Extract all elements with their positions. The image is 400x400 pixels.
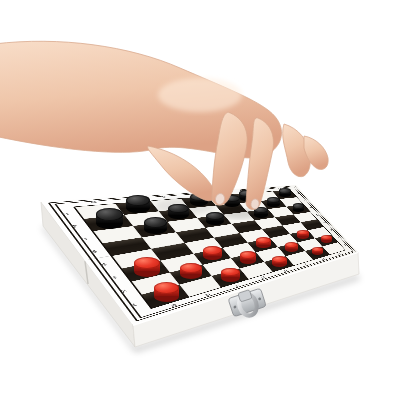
coordinate-label: c (161, 195, 167, 198)
coordinate-label: 8 (61, 212, 70, 216)
coordinate-label: a (89, 200, 97, 203)
hand-highlight (158, 78, 242, 112)
human-hand (0, 41, 328, 209)
pinky-finger (304, 136, 328, 169)
coordinate-label: 8 (296, 192, 300, 194)
latch-screw-left (233, 305, 237, 309)
coordinate-label: 6 (309, 207, 313, 209)
hand-palm (0, 41, 282, 158)
coordinate-label: 2 (336, 236, 340, 238)
coordinate-label: e (215, 192, 220, 194)
latch-screw-right (258, 297, 262, 301)
coordinate-label: 3 (329, 229, 333, 231)
coordinate-label: h (277, 187, 281, 189)
product-photo-stage: aabbccddeeffgghh8877665544332211 (0, 0, 400, 400)
ring-finger (283, 124, 311, 177)
coordinate-label: b (128, 198, 135, 201)
coordinate-label: d (190, 193, 196, 196)
latch-catch (238, 290, 252, 302)
coordinate-label: 7 (70, 225, 79, 229)
checkers-board: aabbccddeeffgghh8877665544332211 (41, 185, 358, 325)
latch-ring (236, 292, 259, 318)
coordinate-label: 7 (302, 199, 306, 201)
coordinate-label: 5 (316, 214, 320, 216)
coordinate-label: g (259, 189, 263, 191)
coordinate-label: 4 (322, 221, 326, 223)
